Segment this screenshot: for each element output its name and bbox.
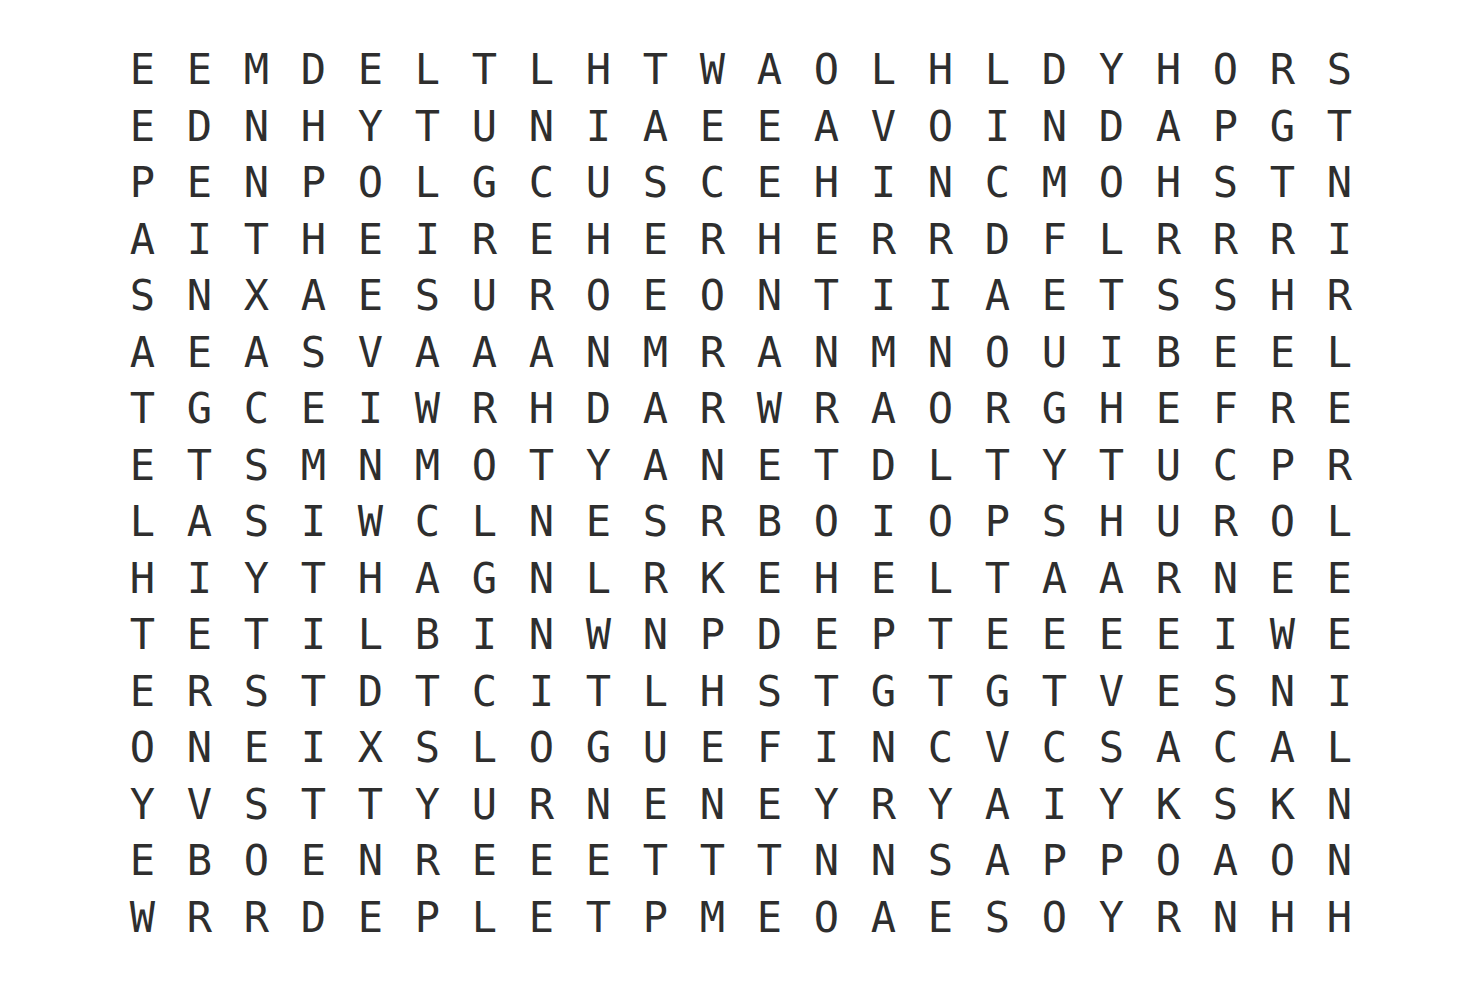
grid-cell-r5-c22[interactable]: R	[1311, 268, 1368, 325]
grid-cell-r7-c5[interactable]: I	[342, 381, 399, 438]
grid-cell-r12-c11[interactable]: H	[684, 664, 741, 721]
grid-cell-r16-c16[interactable]: S	[969, 890, 1026, 947]
grid-cell-r2-c22[interactable]: T	[1311, 99, 1368, 156]
grid-cell-r3-c11[interactable]: C	[684, 155, 741, 212]
grid-cell-r3-c2[interactable]: E	[171, 155, 228, 212]
grid-cell-r3-c17[interactable]: M	[1026, 155, 1083, 212]
grid-cell-r4-c22[interactable]: I	[1311, 212, 1368, 269]
grid-cell-r10-c10[interactable]: R	[627, 551, 684, 608]
grid-cell-r16-c20[interactable]: N	[1197, 890, 1254, 947]
grid-cell-r7-c4[interactable]: E	[285, 381, 342, 438]
grid-cell-r13-c22[interactable]: L	[1311, 720, 1368, 777]
grid-cell-r15-c22[interactable]: N	[1311, 833, 1368, 890]
grid-cell-r15-c11[interactable]: T	[684, 833, 741, 890]
grid-cell-r4-c3[interactable]: T	[228, 212, 285, 269]
grid-cell-r10-c11[interactable]: K	[684, 551, 741, 608]
grid-cell-r14-c8[interactable]: R	[513, 777, 570, 834]
grid-cell-r10-c12[interactable]: E	[741, 551, 798, 608]
grid-cell-r4-c11[interactable]: R	[684, 212, 741, 269]
grid-cell-r15-c9[interactable]: E	[570, 833, 627, 890]
grid-cell-r6-c7[interactable]: A	[456, 325, 513, 382]
grid-cell-r11-c4[interactable]: I	[285, 607, 342, 664]
grid-cell-r14-c15[interactable]: Y	[912, 777, 969, 834]
grid-cell-r14-c6[interactable]: Y	[399, 777, 456, 834]
grid-cell-r7-c10[interactable]: A	[627, 381, 684, 438]
grid-cell-r10-c13[interactable]: H	[798, 551, 855, 608]
grid-cell-r1-c7[interactable]: T	[456, 42, 513, 99]
grid-cell-r9-c1[interactable]: L	[114, 494, 171, 551]
grid-cell-r6-c2[interactable]: E	[171, 325, 228, 382]
grid-cell-r10-c21[interactable]: E	[1254, 551, 1311, 608]
grid-cell-r6-c13[interactable]: N	[798, 325, 855, 382]
grid-cell-r9-c17[interactable]: S	[1026, 494, 1083, 551]
grid-cell-r11-c3[interactable]: T	[228, 607, 285, 664]
grid-cell-r14-c7[interactable]: U	[456, 777, 513, 834]
grid-cell-r3-c3[interactable]: N	[228, 155, 285, 212]
grid-cell-r13-c10[interactable]: U	[627, 720, 684, 777]
grid-cell-r4-c19[interactable]: R	[1140, 212, 1197, 269]
grid-cell-r9-c3[interactable]: S	[228, 494, 285, 551]
grid-cell-r7-c15[interactable]: O	[912, 381, 969, 438]
grid-cell-r12-c7[interactable]: C	[456, 664, 513, 721]
grid-cell-r5-c17[interactable]: E	[1026, 268, 1083, 325]
grid-cell-r13-c17[interactable]: C	[1026, 720, 1083, 777]
grid-cell-r11-c12[interactable]: D	[741, 607, 798, 664]
grid-cell-r5-c10[interactable]: E	[627, 268, 684, 325]
grid-cell-r1-c13[interactable]: O	[798, 42, 855, 99]
grid-cell-r5-c19[interactable]: S	[1140, 268, 1197, 325]
grid-cell-r10-c3[interactable]: Y	[228, 551, 285, 608]
grid-cell-r7-c9[interactable]: D	[570, 381, 627, 438]
grid-cell-r1-c17[interactable]: D	[1026, 42, 1083, 99]
grid-cell-r4-c14[interactable]: R	[855, 212, 912, 269]
grid-cell-r4-c6[interactable]: I	[399, 212, 456, 269]
grid-cell-r11-c5[interactable]: L	[342, 607, 399, 664]
grid-cell-r8-c10[interactable]: A	[627, 438, 684, 495]
grid-cell-r4-c1[interactable]: A	[114, 212, 171, 269]
grid-cell-r11-c18[interactable]: E	[1083, 607, 1140, 664]
grid-cell-r5-c20[interactable]: S	[1197, 268, 1254, 325]
grid-cell-r5-c18[interactable]: T	[1083, 268, 1140, 325]
grid-cell-r15-c20[interactable]: A	[1197, 833, 1254, 890]
grid-cell-r8-c8[interactable]: T	[513, 438, 570, 495]
grid-cell-r5-c8[interactable]: R	[513, 268, 570, 325]
grid-cell-r10-c22[interactable]: E	[1311, 551, 1368, 608]
grid-cell-r3-c5[interactable]: O	[342, 155, 399, 212]
grid-cell-r1-c15[interactable]: H	[912, 42, 969, 99]
grid-cell-r14-c13[interactable]: Y	[798, 777, 855, 834]
grid-cell-r7-c1[interactable]: T	[114, 381, 171, 438]
grid-cell-r3-c8[interactable]: C	[513, 155, 570, 212]
grid-cell-r1-c5[interactable]: E	[342, 42, 399, 99]
grid-cell-r2-c14[interactable]: V	[855, 99, 912, 156]
grid-cell-r13-c8[interactable]: O	[513, 720, 570, 777]
grid-cell-r4-c21[interactable]: R	[1254, 212, 1311, 269]
grid-cell-r10-c16[interactable]: T	[969, 551, 1026, 608]
grid-cell-r6-c14[interactable]: M	[855, 325, 912, 382]
grid-cell-r4-c2[interactable]: I	[171, 212, 228, 269]
grid-cell-r16-c19[interactable]: R	[1140, 890, 1197, 947]
grid-cell-r1-c18[interactable]: Y	[1083, 42, 1140, 99]
grid-cell-r11-c9[interactable]: W	[570, 607, 627, 664]
grid-cell-r11-c10[interactable]: N	[627, 607, 684, 664]
grid-cell-r14-c10[interactable]: E	[627, 777, 684, 834]
grid-cell-r13-c2[interactable]: N	[171, 720, 228, 777]
grid-cell-r2-c12[interactable]: E	[741, 99, 798, 156]
grid-cell-r7-c13[interactable]: R	[798, 381, 855, 438]
grid-cell-r8-c1[interactable]: E	[114, 438, 171, 495]
grid-cell-r12-c17[interactable]: T	[1026, 664, 1083, 721]
grid-cell-r13-c18[interactable]: S	[1083, 720, 1140, 777]
grid-cell-r8-c9[interactable]: Y	[570, 438, 627, 495]
grid-cell-r3-c16[interactable]: C	[969, 155, 1026, 212]
grid-cell-r16-c1[interactable]: W	[114, 890, 171, 947]
grid-cell-r5-c13[interactable]: T	[798, 268, 855, 325]
grid-cell-r11-c15[interactable]: T	[912, 607, 969, 664]
grid-cell-r15-c7[interactable]: E	[456, 833, 513, 890]
grid-cell-r14-c1[interactable]: Y	[114, 777, 171, 834]
grid-cell-r5-c2[interactable]: N	[171, 268, 228, 325]
grid-cell-r12-c5[interactable]: D	[342, 664, 399, 721]
grid-cell-r11-c20[interactable]: I	[1197, 607, 1254, 664]
grid-cell-r16-c11[interactable]: M	[684, 890, 741, 947]
grid-cell-r8-c14[interactable]: D	[855, 438, 912, 495]
grid-cell-r3-c10[interactable]: S	[627, 155, 684, 212]
grid-cell-r8-c6[interactable]: M	[399, 438, 456, 495]
grid-cell-r4-c20[interactable]: R	[1197, 212, 1254, 269]
grid-cell-r12-c2[interactable]: R	[171, 664, 228, 721]
grid-cell-r10-c7[interactable]: G	[456, 551, 513, 608]
grid-cell-r1-c2[interactable]: E	[171, 42, 228, 99]
grid-cell-r2-c13[interactable]: A	[798, 99, 855, 156]
grid-cell-r6-c4[interactable]: S	[285, 325, 342, 382]
grid-cell-r1-c6[interactable]: L	[399, 42, 456, 99]
grid-cell-r2-c5[interactable]: Y	[342, 99, 399, 156]
grid-cell-r14-c5[interactable]: T	[342, 777, 399, 834]
grid-cell-r1-c11[interactable]: W	[684, 42, 741, 99]
grid-cell-r12-c18[interactable]: V	[1083, 664, 1140, 721]
grid-cell-r6-c8[interactable]: A	[513, 325, 570, 382]
grid-cell-r3-c13[interactable]: H	[798, 155, 855, 212]
grid-cell-r9-c12[interactable]: B	[741, 494, 798, 551]
grid-cell-r3-c12[interactable]: E	[741, 155, 798, 212]
grid-cell-r10-c1[interactable]: H	[114, 551, 171, 608]
grid-cell-r11-c1[interactable]: T	[114, 607, 171, 664]
grid-cell-r11-c17[interactable]: E	[1026, 607, 1083, 664]
grid-cell-r6-c17[interactable]: U	[1026, 325, 1083, 382]
grid-cell-r7-c21[interactable]: R	[1254, 381, 1311, 438]
grid-cell-r11-c21[interactable]: W	[1254, 607, 1311, 664]
grid-cell-r4-c16[interactable]: D	[969, 212, 1026, 269]
grid-cell-r4-c15[interactable]: R	[912, 212, 969, 269]
grid-cell-r9-c5[interactable]: W	[342, 494, 399, 551]
grid-cell-r13-c7[interactable]: L	[456, 720, 513, 777]
grid-cell-r3-c21[interactable]: T	[1254, 155, 1311, 212]
grid-cell-r9-c20[interactable]: R	[1197, 494, 1254, 551]
grid-cell-r10-c5[interactable]: H	[342, 551, 399, 608]
grid-cell-r2-c7[interactable]: U	[456, 99, 513, 156]
grid-cell-r15-c14[interactable]: N	[855, 833, 912, 890]
grid-cell-r7-c18[interactable]: H	[1083, 381, 1140, 438]
grid-cell-r2-c6[interactable]: T	[399, 99, 456, 156]
grid-cell-r6-c16[interactable]: O	[969, 325, 1026, 382]
grid-cell-r6-c6[interactable]: A	[399, 325, 456, 382]
grid-cell-r13-c9[interactable]: G	[570, 720, 627, 777]
grid-cell-r11-c22[interactable]: E	[1311, 607, 1368, 664]
grid-cell-r1-c10[interactable]: T	[627, 42, 684, 99]
grid-cell-r12-c6[interactable]: T	[399, 664, 456, 721]
grid-cell-r13-c4[interactable]: I	[285, 720, 342, 777]
grid-cell-r15-c4[interactable]: E	[285, 833, 342, 890]
grid-cell-r3-c19[interactable]: H	[1140, 155, 1197, 212]
grid-cell-r13-c13[interactable]: I	[798, 720, 855, 777]
grid-cell-r13-c19[interactable]: A	[1140, 720, 1197, 777]
grid-cell-r5-c7[interactable]: U	[456, 268, 513, 325]
grid-cell-r7-c8[interactable]: H	[513, 381, 570, 438]
grid-cell-r6-c21[interactable]: E	[1254, 325, 1311, 382]
grid-cell-r12-c4[interactable]: T	[285, 664, 342, 721]
grid-cell-r16-c15[interactable]: E	[912, 890, 969, 947]
grid-cell-r15-c12[interactable]: T	[741, 833, 798, 890]
grid-cell-r4-c18[interactable]: L	[1083, 212, 1140, 269]
grid-cell-r9-c8[interactable]: N	[513, 494, 570, 551]
grid-cell-r4-c13[interactable]: E	[798, 212, 855, 269]
grid-cell-r15-c18[interactable]: P	[1083, 833, 1140, 890]
grid-cell-r1-c4[interactable]: D	[285, 42, 342, 99]
grid-cell-r12-c12[interactable]: S	[741, 664, 798, 721]
grid-cell-r8-c19[interactable]: U	[1140, 438, 1197, 495]
grid-cell-r16-c14[interactable]: A	[855, 890, 912, 947]
grid-cell-r16-c22[interactable]: H	[1311, 890, 1368, 947]
grid-cell-r12-c3[interactable]: S	[228, 664, 285, 721]
grid-cell-r5-c12[interactable]: N	[741, 268, 798, 325]
grid-cell-r10-c9[interactable]: L	[570, 551, 627, 608]
grid-cell-r16-c8[interactable]: E	[513, 890, 570, 947]
grid-cell-r8-c15[interactable]: L	[912, 438, 969, 495]
grid-cell-r13-c15[interactable]: C	[912, 720, 969, 777]
grid-cell-r10-c6[interactable]: A	[399, 551, 456, 608]
grid-cell-r8-c21[interactable]: P	[1254, 438, 1311, 495]
grid-cell-r16-c13[interactable]: O	[798, 890, 855, 947]
grid-cell-r14-c18[interactable]: Y	[1083, 777, 1140, 834]
grid-cell-r10-c14[interactable]: E	[855, 551, 912, 608]
grid-cell-r10-c19[interactable]: R	[1140, 551, 1197, 608]
grid-cell-r9-c18[interactable]: H	[1083, 494, 1140, 551]
grid-cell-r10-c18[interactable]: A	[1083, 551, 1140, 608]
grid-cell-r9-c10[interactable]: S	[627, 494, 684, 551]
grid-cell-r7-c3[interactable]: C	[228, 381, 285, 438]
grid-cell-r8-c18[interactable]: T	[1083, 438, 1140, 495]
grid-cell-r9-c21[interactable]: O	[1254, 494, 1311, 551]
grid-cell-r8-c20[interactable]: C	[1197, 438, 1254, 495]
grid-cell-r8-c7[interactable]: O	[456, 438, 513, 495]
grid-cell-r11-c7[interactable]: I	[456, 607, 513, 664]
grid-cell-r16-c2[interactable]: R	[171, 890, 228, 947]
grid-cell-r2-c1[interactable]: E	[114, 99, 171, 156]
grid-cell-r9-c14[interactable]: I	[855, 494, 912, 551]
grid-cell-r5-c5[interactable]: E	[342, 268, 399, 325]
grid-cell-r15-c2[interactable]: B	[171, 833, 228, 890]
grid-cell-r9-c13[interactable]: O	[798, 494, 855, 551]
grid-cell-r16-c3[interactable]: R	[228, 890, 285, 947]
grid-cell-r2-c15[interactable]: O	[912, 99, 969, 156]
grid-cell-r8-c16[interactable]: T	[969, 438, 1026, 495]
grid-cell-r1-c22[interactable]: S	[1311, 42, 1368, 99]
grid-cell-r7-c7[interactable]: R	[456, 381, 513, 438]
grid-cell-r16-c17[interactable]: O	[1026, 890, 1083, 947]
grid-cell-r11-c19[interactable]: E	[1140, 607, 1197, 664]
grid-cell-r2-c20[interactable]: P	[1197, 99, 1254, 156]
grid-cell-r13-c21[interactable]: A	[1254, 720, 1311, 777]
grid-cell-r3-c15[interactable]: N	[912, 155, 969, 212]
grid-cell-r4-c9[interactable]: H	[570, 212, 627, 269]
grid-cell-r9-c2[interactable]: A	[171, 494, 228, 551]
grid-cell-r4-c10[interactable]: E	[627, 212, 684, 269]
grid-cell-r7-c11[interactable]: R	[684, 381, 741, 438]
grid-cell-r11-c2[interactable]: E	[171, 607, 228, 664]
grid-cell-r3-c4[interactable]: P	[285, 155, 342, 212]
grid-cell-r3-c18[interactable]: O	[1083, 155, 1140, 212]
grid-cell-r8-c11[interactable]: N	[684, 438, 741, 495]
grid-cell-r14-c20[interactable]: S	[1197, 777, 1254, 834]
grid-cell-r1-c20[interactable]: O	[1197, 42, 1254, 99]
grid-cell-r12-c19[interactable]: E	[1140, 664, 1197, 721]
grid-cell-r11-c14[interactable]: P	[855, 607, 912, 664]
grid-cell-r12-c16[interactable]: G	[969, 664, 1026, 721]
grid-cell-r14-c14[interactable]: R	[855, 777, 912, 834]
grid-cell-r7-c16[interactable]: R	[969, 381, 1026, 438]
grid-cell-r5-c16[interactable]: A	[969, 268, 1026, 325]
grid-cell-r5-c21[interactable]: H	[1254, 268, 1311, 325]
grid-cell-r8-c13[interactable]: T	[798, 438, 855, 495]
grid-cell-r1-c21[interactable]: R	[1254, 42, 1311, 99]
grid-cell-r9-c7[interactable]: L	[456, 494, 513, 551]
grid-cell-r3-c1[interactable]: P	[114, 155, 171, 212]
grid-cell-r15-c15[interactable]: S	[912, 833, 969, 890]
grid-cell-r10-c4[interactable]: T	[285, 551, 342, 608]
grid-cell-r1-c8[interactable]: L	[513, 42, 570, 99]
grid-cell-r1-c12[interactable]: A	[741, 42, 798, 99]
grid-cell-r5-c11[interactable]: O	[684, 268, 741, 325]
grid-cell-r12-c13[interactable]: T	[798, 664, 855, 721]
grid-cell-r10-c20[interactable]: N	[1197, 551, 1254, 608]
grid-cell-r5-c4[interactable]: A	[285, 268, 342, 325]
grid-cell-r16-c10[interactable]: P	[627, 890, 684, 947]
grid-cell-r5-c15[interactable]: I	[912, 268, 969, 325]
grid-cell-r2-c10[interactable]: A	[627, 99, 684, 156]
grid-cell-r13-c16[interactable]: V	[969, 720, 1026, 777]
grid-cell-r7-c2[interactable]: G	[171, 381, 228, 438]
grid-cell-r6-c20[interactable]: E	[1197, 325, 1254, 382]
grid-cell-r6-c18[interactable]: I	[1083, 325, 1140, 382]
grid-cell-r14-c22[interactable]: N	[1311, 777, 1368, 834]
grid-cell-r10-c8[interactable]: N	[513, 551, 570, 608]
grid-cell-r9-c9[interactable]: E	[570, 494, 627, 551]
grid-cell-r13-c5[interactable]: X	[342, 720, 399, 777]
grid-cell-r14-c4[interactable]: T	[285, 777, 342, 834]
grid-cell-r2-c9[interactable]: I	[570, 99, 627, 156]
grid-cell-r12-c8[interactable]: I	[513, 664, 570, 721]
grid-cell-r12-c14[interactable]: G	[855, 664, 912, 721]
grid-cell-r3-c14[interactable]: I	[855, 155, 912, 212]
grid-cell-r15-c8[interactable]: E	[513, 833, 570, 890]
grid-cell-r6-c3[interactable]: A	[228, 325, 285, 382]
grid-cell-r16-c6[interactable]: P	[399, 890, 456, 947]
grid-cell-r7-c14[interactable]: A	[855, 381, 912, 438]
grid-cell-r8-c5[interactable]: N	[342, 438, 399, 495]
grid-cell-r12-c1[interactable]: E	[114, 664, 171, 721]
grid-cell-r11-c13[interactable]: E	[798, 607, 855, 664]
grid-cell-r16-c5[interactable]: E	[342, 890, 399, 947]
grid-cell-r6-c5[interactable]: V	[342, 325, 399, 382]
grid-cell-r1-c16[interactable]: L	[969, 42, 1026, 99]
grid-cell-r11-c11[interactable]: P	[684, 607, 741, 664]
grid-cell-r12-c21[interactable]: N	[1254, 664, 1311, 721]
grid-cell-r11-c6[interactable]: B	[399, 607, 456, 664]
grid-cell-r6-c22[interactable]: L	[1311, 325, 1368, 382]
grid-cell-r15-c16[interactable]: A	[969, 833, 1026, 890]
grid-cell-r15-c17[interactable]: P	[1026, 833, 1083, 890]
grid-cell-r12-c22[interactable]: I	[1311, 664, 1368, 721]
grid-cell-r12-c20[interactable]: S	[1197, 664, 1254, 721]
grid-cell-r9-c15[interactable]: O	[912, 494, 969, 551]
grid-cell-r2-c21[interactable]: G	[1254, 99, 1311, 156]
grid-cell-r14-c11[interactable]: N	[684, 777, 741, 834]
grid-cell-r16-c4[interactable]: D	[285, 890, 342, 947]
grid-cell-r16-c12[interactable]: E	[741, 890, 798, 947]
grid-cell-r11-c16[interactable]: E	[969, 607, 1026, 664]
grid-cell-r14-c2[interactable]: V	[171, 777, 228, 834]
grid-cell-r12-c9[interactable]: T	[570, 664, 627, 721]
grid-cell-r4-c5[interactable]: E	[342, 212, 399, 269]
grid-cell-r8-c2[interactable]: T	[171, 438, 228, 495]
grid-cell-r9-c16[interactable]: P	[969, 494, 1026, 551]
grid-cell-r15-c3[interactable]: O	[228, 833, 285, 890]
grid-cell-r14-c9[interactable]: N	[570, 777, 627, 834]
grid-cell-r7-c6[interactable]: W	[399, 381, 456, 438]
grid-cell-r7-c22[interactable]: E	[1311, 381, 1368, 438]
grid-cell-r4-c7[interactable]: R	[456, 212, 513, 269]
grid-cell-r8-c22[interactable]: R	[1311, 438, 1368, 495]
grid-cell-r7-c19[interactable]: E	[1140, 381, 1197, 438]
grid-cell-r15-c6[interactable]: R	[399, 833, 456, 890]
grid-cell-r6-c1[interactable]: A	[114, 325, 171, 382]
grid-cell-r13-c3[interactable]: E	[228, 720, 285, 777]
grid-cell-r9-c6[interactable]: C	[399, 494, 456, 551]
grid-cell-r13-c6[interactable]: S	[399, 720, 456, 777]
grid-cell-r6-c19[interactable]: B	[1140, 325, 1197, 382]
grid-cell-r1-c19[interactable]: H	[1140, 42, 1197, 99]
grid-cell-r10-c2[interactable]: I	[171, 551, 228, 608]
grid-cell-r15-c19[interactable]: O	[1140, 833, 1197, 890]
grid-cell-r4-c12[interactable]: H	[741, 212, 798, 269]
grid-cell-r16-c9[interactable]: T	[570, 890, 627, 947]
grid-cell-r2-c4[interactable]: H	[285, 99, 342, 156]
grid-cell-r14-c19[interactable]: K	[1140, 777, 1197, 834]
grid-cell-r15-c5[interactable]: N	[342, 833, 399, 890]
grid-cell-r1-c1[interactable]: E	[114, 42, 171, 99]
grid-cell-r3-c22[interactable]: N	[1311, 155, 1368, 212]
grid-cell-r3-c9[interactable]: U	[570, 155, 627, 212]
grid-cell-r10-c17[interactable]: A	[1026, 551, 1083, 608]
grid-cell-r16-c21[interactable]: H	[1254, 890, 1311, 947]
grid-cell-r5-c1[interactable]: S	[114, 268, 171, 325]
grid-cell-r3-c7[interactable]: G	[456, 155, 513, 212]
grid-cell-r15-c10[interactable]: T	[627, 833, 684, 890]
grid-cell-r5-c3[interactable]: X	[228, 268, 285, 325]
grid-cell-r16-c18[interactable]: Y	[1083, 890, 1140, 947]
grid-cell-r12-c15[interactable]: T	[912, 664, 969, 721]
